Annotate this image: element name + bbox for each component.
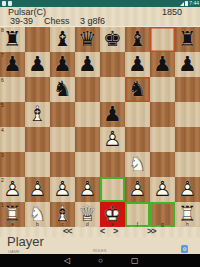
rank-label-6: 6 [1, 77, 4, 83]
black-knight: ♞ [50, 77, 75, 102]
next-move-button[interactable]: > [113, 226, 117, 236]
white-pawn: ♟♙ [50, 177, 75, 202]
battery-icon [185, 1, 188, 6]
android-status-bar: 7:44 [0, 0, 200, 7]
player-selector[interactable]: Player [7, 234, 44, 249]
square-c5[interactable] [50, 102, 75, 127]
square-g3[interactable] [150, 152, 175, 177]
black-knight: ♞ [125, 77, 150, 102]
notification-icon-1 [2, 1, 6, 6]
square-e8[interactable]: ♚ [100, 27, 125, 52]
rank-label-8: 8 [1, 27, 4, 33]
square-f7[interactable]: ♟ [125, 52, 150, 77]
square-c3[interactable] [50, 152, 75, 177]
last-move-text: 3 g8f6 [80, 16, 105, 26]
rank-label-2: 2 [1, 177, 4, 183]
android-nav-bar: ◁ ○ ▢ [0, 254, 200, 267]
last-move-button[interactable]: >> [147, 226, 156, 236]
square-d7[interactable]: ♟ [75, 52, 100, 77]
black-pawn: ♟ [100, 102, 125, 127]
square-a5[interactable]: 5 [0, 102, 25, 127]
notification-icon-2 [8, 1, 12, 6]
square-g8[interactable] [150, 27, 175, 52]
square-b6[interactable] [25, 77, 50, 102]
variant-label: Chess [44, 16, 70, 26]
square-e4[interactable]: ♟♙ [100, 127, 125, 152]
black-pawn: ♟ [25, 52, 50, 77]
square-b3[interactable] [25, 152, 50, 177]
square-e5[interactable]: ♟ [100, 102, 125, 127]
game-clock: 39-39 [10, 16, 33, 26]
white-pawn: ♟♙ [175, 177, 200, 202]
square-a4[interactable]: 4 [0, 127, 25, 152]
white-bishop: ♝♗ [25, 102, 50, 127]
square-c8[interactable]: ♝ [50, 27, 75, 52]
square-d2[interactable]: ♟♙ [75, 177, 100, 202]
square-c7[interactable]: ♟ [50, 52, 75, 77]
white-pawn: ♟♙ [75, 177, 100, 202]
file-label-f: f [125, 221, 150, 227]
black-bishop: ♝ [50, 27, 75, 52]
square-d4[interactable] [75, 127, 100, 152]
game-header: Pulsar(C) 1850 39-39 Chess 3 g8f6 [0, 7, 200, 26]
chess-board: 8♜♝♛♚♝♜7♟♟♟♟♟♟♟6♞♞5♝♗♟4♟♙3♞♘2♟♙♟♙♟♙♟♙♟♙♟… [0, 26, 200, 226]
square-h3[interactable] [175, 152, 200, 177]
square-a7[interactable]: 7♟ [0, 52, 25, 77]
rank-label-4: 4 [1, 127, 4, 133]
square-h7[interactable]: ♟ [175, 52, 200, 77]
square-h2[interactable]: ♟♙ [175, 177, 200, 202]
black-pawn: ♟ [150, 52, 175, 77]
signal-icon [180, 2, 184, 6]
square-d5[interactable] [75, 102, 100, 127]
settings-icon[interactable]: ⚙ [181, 245, 188, 253]
home-icon[interactable]: ○ [98, 254, 103, 267]
square-f5[interactable] [125, 102, 150, 127]
square-g5[interactable] [150, 102, 175, 127]
rank-label-1: 1 [1, 202, 4, 208]
square-e7[interactable] [100, 52, 125, 77]
square-d1[interactable]: d♛♕ [75, 202, 100, 227]
file-label-b: b [25, 221, 50, 227]
square-h4[interactable] [175, 127, 200, 152]
first-move-button[interactable]: << [63, 226, 72, 236]
square-d3[interactable] [75, 152, 100, 177]
white-pawn: ♟♙ [125, 177, 150, 202]
back-icon[interactable]: ◁ [64, 254, 70, 267]
square-f8[interactable]: ♝ [125, 27, 150, 52]
rank-label-7: 7 [1, 52, 4, 58]
square-a3[interactable]: 3 [0, 152, 25, 177]
square-e3[interactable] [100, 152, 125, 177]
square-b1[interactable]: b♞♘ [25, 202, 50, 227]
file-label-d: d [75, 221, 100, 227]
black-pawn: ♟ [125, 52, 150, 77]
square-b5[interactable]: ♝♗ [25, 102, 50, 127]
square-a8[interactable]: 8♜ [0, 27, 25, 52]
square-g2[interactable]: ♟♙ [150, 177, 175, 202]
file-label-c: c [50, 221, 75, 227]
square-f3[interactable]: ♞♘ [125, 152, 150, 177]
square-f4[interactable] [125, 127, 150, 152]
black-pawn: ♟ [175, 52, 200, 77]
white-knight: ♞♘ [125, 152, 150, 177]
square-h5[interactable] [175, 102, 200, 127]
square-h8[interactable]: ♜ [175, 27, 200, 52]
app-screen: 7:44 Pulsar(C) 1850 39-39 Chess 3 g8f6 8… [0, 0, 200, 267]
square-f6[interactable]: ♞ [125, 77, 150, 102]
square-c6[interactable]: ♞ [50, 77, 75, 102]
square-e6[interactable] [100, 77, 125, 102]
square-g4[interactable] [150, 127, 175, 152]
black-bishop: ♝ [125, 27, 150, 52]
status-time: 7:44 [189, 0, 199, 7]
square-c2[interactable]: ♟♙ [50, 177, 75, 202]
white-pawn: ♟♙ [150, 177, 175, 202]
black-queen: ♛ [75, 27, 100, 52]
square-f2[interactable]: ♟♙ [125, 177, 150, 202]
file-label-h: h [175, 221, 200, 227]
white-pawn: ♟♙ [100, 127, 125, 152]
square-a6[interactable]: 6 [0, 77, 25, 102]
black-pawn: ♟ [75, 52, 100, 77]
square-b8[interactable] [25, 27, 50, 52]
square-a1[interactable]: 1a♜♖ [0, 202, 25, 227]
square-c1[interactable]: c♝♗ [50, 202, 75, 227]
square-g6[interactable] [150, 77, 175, 102]
black-pawn: ♟ [50, 52, 75, 77]
black-king: ♚ [100, 27, 125, 52]
white-pawn: ♟♙ [25, 177, 50, 202]
square-b4[interactable] [25, 127, 50, 152]
rank-label-3: 3 [1, 152, 4, 158]
square-g1[interactable]: g [150, 202, 175, 227]
rules-sub-label: RULES [93, 248, 106, 253]
engine-rating: 1850 [162, 7, 182, 17]
square-d6[interactable] [75, 77, 100, 102]
square-b2[interactable]: ♟♙ [25, 177, 50, 202]
black-rook: ♜ [175, 27, 200, 52]
square-g7[interactable]: ♟ [150, 52, 175, 77]
square-d8[interactable]: ♛ [75, 27, 100, 52]
file-label-a: a [0, 221, 25, 227]
square-h1[interactable]: h♜♖ [175, 202, 200, 227]
previous-move-button[interactable]: < [100, 226, 104, 236]
file-label-g: g [150, 221, 175, 227]
rank-label-5: 5 [1, 102, 4, 108]
square-c4[interactable] [50, 127, 75, 152]
square-e2[interactable] [100, 177, 125, 202]
recents-icon[interactable]: ▢ [131, 254, 139, 267]
square-b7[interactable]: ♟ [25, 52, 50, 77]
square-h6[interactable] [175, 77, 200, 102]
file-label-e: e [100, 221, 125, 227]
square-e1[interactable]: e♚♔ [100, 202, 125, 227]
square-a2[interactable]: 2♟♙ [0, 177, 25, 202]
square-f1[interactable]: f [125, 202, 150, 227]
